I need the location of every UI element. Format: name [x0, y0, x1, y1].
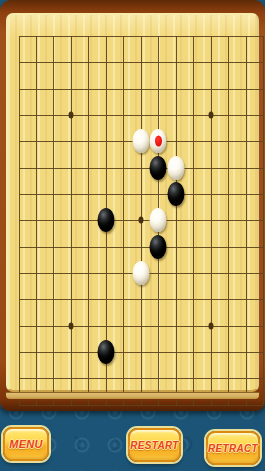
- white-stone: [132, 261, 149, 285]
- white-stone: [167, 156, 184, 180]
- grid-line-vertical: [228, 36, 229, 405]
- grid-line-horizontal: [19, 247, 264, 248]
- board-surface[interactable]: [6, 13, 259, 392]
- black-stone: [97, 208, 114, 232]
- board-grid: [19, 36, 264, 405]
- retract-button[interactable]: RETRACT: [206, 431, 260, 465]
- grid-line-horizontal: [19, 378, 264, 379]
- game-screen: MENU RESTART RETRACT: [0, 0, 265, 471]
- menu-button[interactable]: MENU: [3, 427, 49, 461]
- grid-line-vertical: [211, 36, 212, 405]
- black-stone: [97, 340, 114, 364]
- grid-line-vertical: [176, 36, 177, 405]
- white-stone: [132, 129, 149, 153]
- black-stone: [150, 235, 167, 259]
- white-stone: [150, 129, 167, 153]
- star-point: [208, 322, 213, 329]
- board-side-edge: [6, 392, 259, 399]
- board-frame: [0, 0, 265, 411]
- grid-line-horizontal: [19, 405, 264, 406]
- grid-line-vertical: [193, 36, 194, 405]
- star-point: [68, 322, 73, 329]
- black-stone: [167, 182, 184, 206]
- grid-line-vertical: [263, 36, 264, 405]
- star-point: [138, 217, 143, 224]
- grid-line-horizontal: [19, 299, 264, 300]
- restart-button[interactable]: RESTART: [128, 428, 181, 462]
- star-point: [68, 111, 73, 118]
- last-move-marker: [155, 136, 162, 147]
- black-stone: [150, 156, 167, 180]
- star-point: [208, 111, 213, 118]
- grid-line-horizontal: [19, 352, 264, 353]
- grid-line-vertical: [246, 36, 247, 405]
- white-stone: [150, 208, 167, 232]
- grid-line-horizontal: [19, 326, 264, 327]
